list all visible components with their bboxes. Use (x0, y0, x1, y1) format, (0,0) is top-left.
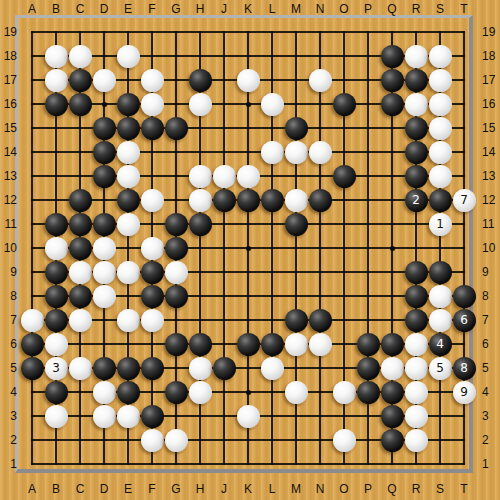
column-label-top: E (116, 1, 140, 17)
column-label-bottom: T (452, 481, 476, 497)
white-stone (405, 357, 428, 380)
black-stone: 4 (429, 333, 452, 356)
row-label-right: 6 (480, 336, 500, 352)
white-stone (117, 261, 140, 284)
star-point (390, 246, 395, 251)
row-label-right: 4 (480, 384, 500, 400)
black-stone (309, 309, 332, 332)
black-stone (189, 213, 212, 236)
row-label-left: 6 (0, 336, 17, 352)
black-stone (381, 93, 404, 116)
white-stone (141, 189, 164, 212)
black-stone (69, 285, 92, 308)
star-point (246, 102, 251, 107)
black-stone (69, 237, 92, 260)
row-label-left: 8 (0, 288, 17, 304)
black-stone (93, 357, 116, 380)
white-stone (309, 333, 332, 356)
black-stone (165, 285, 188, 308)
row-label-left: 5 (0, 360, 17, 376)
column-label-bottom: E (116, 481, 140, 497)
row-label-left: 12 (0, 192, 17, 208)
black-stone (189, 333, 212, 356)
row-label-right: 11 (480, 216, 500, 232)
star-point (102, 102, 107, 107)
column-label-bottom: L (260, 481, 284, 497)
black-stone (69, 93, 92, 116)
white-stone (285, 141, 308, 164)
column-label-bottom: F (140, 481, 164, 497)
white-stone: 1 (429, 213, 452, 236)
row-label-right: 7 (480, 312, 500, 328)
white-stone (141, 309, 164, 332)
black-stone (189, 69, 212, 92)
row-label-left: 11 (0, 216, 17, 232)
row-label-left: 19 (0, 24, 17, 40)
black-stone (405, 261, 428, 284)
white-stone (117, 309, 140, 332)
black-stone (381, 69, 404, 92)
black-stone (117, 93, 140, 116)
row-label-left: 17 (0, 72, 17, 88)
white-stone (405, 405, 428, 428)
white-stone (285, 333, 308, 356)
column-label-top: O (332, 1, 356, 17)
black-stone (405, 141, 428, 164)
column-label-bottom: J (212, 481, 236, 497)
star-point (246, 246, 251, 251)
white-stone (93, 405, 116, 428)
column-label-top: C (68, 1, 92, 17)
white-stone (45, 405, 68, 428)
column-label-bottom: M (284, 481, 308, 497)
row-label-right: 14 (480, 144, 500, 160)
white-stone (405, 45, 428, 68)
black-stone (141, 285, 164, 308)
black-stone (333, 93, 356, 116)
column-label-top: F (140, 1, 164, 17)
row-label-left: 14 (0, 144, 17, 160)
white-stone (117, 165, 140, 188)
column-label-top: Q (380, 1, 404, 17)
black-stone (141, 405, 164, 428)
white-stone (309, 69, 332, 92)
black-stone (69, 69, 92, 92)
column-label-top: R (404, 1, 428, 17)
column-label-top: M (284, 1, 308, 17)
white-stone (189, 165, 212, 188)
row-label-right: 2 (480, 432, 500, 448)
black-stone (213, 189, 236, 212)
black-stone (405, 285, 428, 308)
white-stone (429, 285, 452, 308)
column-label-top: N (308, 1, 332, 17)
white-stone (261, 357, 284, 380)
row-label-right: 5 (480, 360, 500, 376)
white-stone (141, 93, 164, 116)
black-stone: 2 (405, 189, 428, 212)
row-label-left: 7 (0, 312, 17, 328)
black-stone (453, 285, 476, 308)
row-label-left: 10 (0, 240, 17, 256)
black-stone (45, 213, 68, 236)
row-label-right: 1 (480, 456, 500, 472)
goban-screen: AABBCCDDEEFFGGHHJJKKLLMMNNOOPPQQRRSSTT19… (0, 0, 500, 500)
white-stone: 3 (45, 357, 68, 380)
black-stone (405, 165, 428, 188)
black-stone (93, 141, 116, 164)
white-stone (45, 69, 68, 92)
black-stone (165, 333, 188, 356)
black-stone (333, 165, 356, 188)
white-stone (429, 165, 452, 188)
white-stone (189, 93, 212, 116)
black-stone (93, 213, 116, 236)
black-stone (45, 309, 68, 332)
column-label-top: J (212, 1, 236, 17)
white-stone (429, 93, 452, 116)
white-stone (117, 141, 140, 164)
black-stone (165, 381, 188, 404)
row-label-left: 2 (0, 432, 17, 448)
black-stone (357, 381, 380, 404)
row-label-left: 13 (0, 168, 17, 184)
column-label-bottom: R (404, 481, 428, 497)
row-label-right: 12 (480, 192, 500, 208)
column-label-bottom: N (308, 481, 332, 497)
row-label-left: 3 (0, 408, 17, 424)
star-point (246, 390, 251, 395)
black-stone (381, 381, 404, 404)
black-stone (117, 117, 140, 140)
column-label-top: A (20, 1, 44, 17)
white-stone (333, 381, 356, 404)
black-stone (309, 189, 332, 212)
white-stone (237, 69, 260, 92)
white-stone (237, 165, 260, 188)
column-label-bottom: S (428, 481, 452, 497)
move-number-label: 9 (453, 381, 476, 404)
black-stone (285, 309, 308, 332)
white-stone (189, 357, 212, 380)
white-stone (429, 45, 452, 68)
column-label-top: K (236, 1, 260, 17)
black-stone (69, 189, 92, 212)
column-label-top: S (428, 1, 452, 17)
black-stone (21, 357, 44, 380)
white-stone (69, 45, 92, 68)
white-stone (141, 429, 164, 452)
row-label-left: 18 (0, 48, 17, 64)
black-stone (357, 333, 380, 356)
move-number-label: 6 (453, 309, 476, 332)
move-number-label: 5 (429, 357, 452, 380)
column-label-top: H (188, 1, 212, 17)
black-stone (141, 261, 164, 284)
white-stone (93, 381, 116, 404)
column-label-bottom: B (44, 481, 68, 497)
column-label-top: T (452, 1, 476, 17)
black-stone (429, 189, 452, 212)
row-label-left: 15 (0, 120, 17, 136)
black-stone (381, 429, 404, 452)
column-label-bottom: A (20, 481, 44, 497)
black-stone (405, 69, 428, 92)
white-stone (21, 309, 44, 332)
white-stone (333, 429, 356, 452)
white-stone: 9 (453, 381, 476, 404)
black-stone (381, 45, 404, 68)
row-label-right: 19 (480, 24, 500, 40)
white-stone (405, 333, 428, 356)
black-stone (141, 357, 164, 380)
black-stone (93, 117, 116, 140)
grid-line-horizontal (31, 319, 465, 321)
white-stone (405, 429, 428, 452)
white-stone (45, 237, 68, 260)
black-stone (21, 333, 44, 356)
white-stone (69, 261, 92, 284)
row-label-left: 16 (0, 96, 17, 112)
column-label-bottom: O (332, 481, 356, 497)
white-stone (45, 333, 68, 356)
column-label-bottom: G (164, 481, 188, 497)
column-label-top: P (356, 1, 380, 17)
white-stone (141, 69, 164, 92)
white-stone (69, 357, 92, 380)
row-label-right: 3 (480, 408, 500, 424)
row-label-right: 17 (480, 72, 500, 88)
column-label-bottom: K (236, 481, 260, 497)
white-stone (93, 237, 116, 260)
black-stone (237, 333, 260, 356)
column-label-top: D (92, 1, 116, 17)
row-label-left: 1 (0, 456, 17, 472)
row-label-right: 13 (480, 168, 500, 184)
white-stone (93, 285, 116, 308)
black-stone (237, 189, 260, 212)
black-stone (261, 333, 284, 356)
row-label-left: 4 (0, 384, 17, 400)
column-label-top: L (260, 1, 284, 17)
row-label-right: 9 (480, 264, 500, 280)
black-stone (141, 117, 164, 140)
row-label-right: 10 (480, 240, 500, 256)
column-label-bottom: Q (380, 481, 404, 497)
black-stone (165, 213, 188, 236)
black-stone (93, 165, 116, 188)
white-stone (429, 69, 452, 92)
move-number-label: 7 (453, 189, 476, 212)
white-stone (429, 141, 452, 164)
move-number-label: 4 (429, 333, 452, 356)
white-stone (117, 405, 140, 428)
row-label-right: 18 (480, 48, 500, 64)
white-stone (261, 141, 284, 164)
grid-line-horizontal (31, 463, 465, 465)
black-stone (69, 213, 92, 236)
black-stone (213, 357, 236, 380)
white-stone (93, 261, 116, 284)
white-stone (237, 405, 260, 428)
white-stone: 5 (429, 357, 452, 380)
white-stone (165, 429, 188, 452)
black-stone (429, 261, 452, 284)
white-stone (69, 309, 92, 332)
white-stone (117, 45, 140, 68)
white-stone (117, 213, 140, 236)
black-stone (405, 117, 428, 140)
white-stone (405, 93, 428, 116)
row-label-left: 9 (0, 264, 17, 280)
move-number-label: 8 (453, 357, 476, 380)
white-stone (405, 381, 428, 404)
row-label-right: 8 (480, 288, 500, 304)
column-label-top: G (164, 1, 188, 17)
white-stone (189, 189, 212, 212)
column-label-bottom: D (92, 481, 116, 497)
black-stone (165, 237, 188, 260)
black-stone (45, 381, 68, 404)
black-stone (117, 381, 140, 404)
white-stone (285, 381, 308, 404)
white-stone (45, 45, 68, 68)
black-stone (165, 117, 188, 140)
black-stone (285, 213, 308, 236)
white-stone (429, 309, 452, 332)
move-number-label: 3 (45, 357, 68, 380)
black-stone (117, 357, 140, 380)
black-stone (45, 285, 68, 308)
black-stone (381, 333, 404, 356)
row-label-right: 16 (480, 96, 500, 112)
black-stone: 6 (453, 309, 476, 332)
move-number-label: 2 (405, 189, 428, 212)
white-stone (429, 117, 452, 140)
white-stone: 7 (453, 189, 476, 212)
black-stone (405, 309, 428, 332)
column-label-bottom: H (188, 481, 212, 497)
black-stone: 8 (453, 357, 476, 380)
black-stone (381, 405, 404, 428)
white-stone (381, 357, 404, 380)
black-stone (261, 189, 284, 212)
white-stone (309, 141, 332, 164)
row-label-right: 15 (480, 120, 500, 136)
column-label-top: B (44, 1, 68, 17)
move-number-label: 1 (429, 213, 452, 236)
column-label-bottom: P (356, 481, 380, 497)
grid-line-vertical (319, 31, 321, 465)
black-stone (45, 93, 68, 116)
black-stone (357, 357, 380, 380)
white-stone (141, 237, 164, 260)
white-stone (261, 93, 284, 116)
white-stone (165, 261, 188, 284)
white-stone (213, 165, 236, 188)
black-stone (45, 261, 68, 284)
white-stone (285, 189, 308, 212)
white-stone (93, 69, 116, 92)
column-label-bottom: C (68, 481, 92, 497)
black-stone (285, 117, 308, 140)
white-stone (189, 381, 212, 404)
black-stone (117, 189, 140, 212)
